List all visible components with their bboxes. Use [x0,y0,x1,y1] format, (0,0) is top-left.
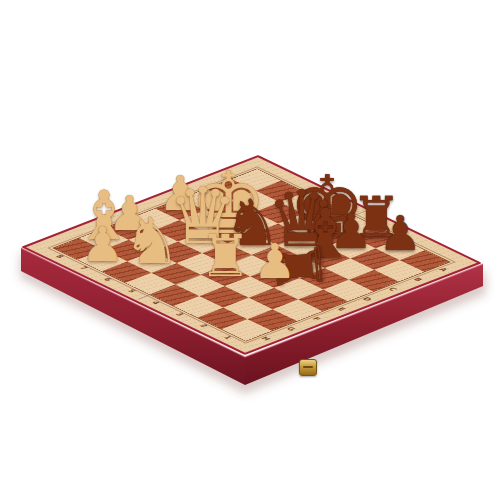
white-pawn: ♟ [81,220,124,268]
white-rook: ♜ [199,227,251,285]
white-pawn: ♟ [253,237,296,285]
product-photo-scene: 12345678ABCDEFGH ♟♟♚♚♜♝♛♞♛♟♟♝♟♞♜♜♟ [0,0,500,500]
white-knight: ♞ [123,209,180,273]
pieces-layer: ♟♟♚♚♜♝♛♞♛♟♟♝♟♞♜♜♟ [0,0,500,500]
black-pawn: ♟ [379,209,422,257]
